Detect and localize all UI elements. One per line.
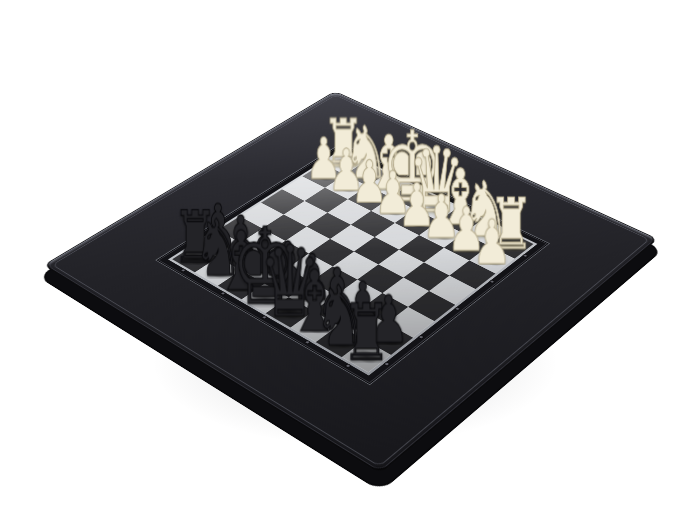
chess-set-photo: ♜♞♝♛♚♝♞♜♟♟♟♟♟♟♟♟♟♟♟♟♟♟♟♟♜♞♝♛♚♝♞♜ (0, 0, 700, 525)
screw-icon (262, 316, 266, 319)
screw-icon (455, 307, 459, 310)
screw-icon (384, 362, 389, 365)
screw-icon (346, 364, 351, 367)
screw-icon (305, 341, 310, 344)
screw-icon (490, 280, 494, 283)
